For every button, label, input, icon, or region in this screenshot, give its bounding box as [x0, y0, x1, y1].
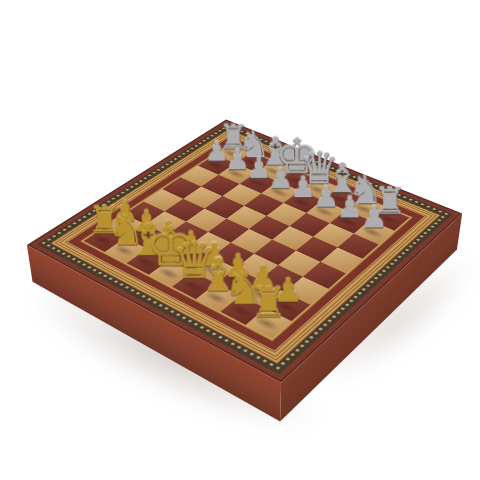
chess-chest-board: ♜♞♝♚♛♝♞♜♟♟♟♟♟♟♟♟♟♟♟♟♟♟♟♟♜♞♝♚♛♝♞♜ [27, 119, 462, 382]
border-dotted-trim: ♜♞♝♚♛♝♞♜♟♟♟♟♟♟♟♟♟♟♟♟♟♟♟♟♜♞♝♚♛♝♞♜ [37, 124, 453, 375]
product-photo-scene: ♜♞♝♚♛♝♞♜♟♟♟♟♟♟♟♟♟♟♟♟♟♟♟♟♜♞♝♚♛♝♞♜ [0, 0, 480, 480]
square-h7[interactable]: ♟ [354, 220, 394, 244]
square-h5[interactable] [321, 247, 363, 273]
border-leather-margin: ♜♞♝♚♛♝♞♜♟♟♟♟♟♟♟♟♟♟♟♟♟♟♟♟♜♞♝♚♛♝♞♜ [27, 119, 462, 382]
piece-gold-white-rook-h1[interactable]: ♜ [229, 282, 308, 324]
square-h1[interactable]: ♜ [246, 308, 292, 338]
border-gold-pinstripes: ♜♞♝♚♛♝♞♜♟♟♟♟♟♟♟♟♟♟♟♟♟♟♟♟♜♞♝♚♛♝♞♜ [50, 129, 440, 364]
piece-silver-black-pawn-h7[interactable]: ♟ [339, 202, 409, 232]
perspective-stage: ♜♞♝♚♛♝♞♜♟♟♟♟♟♟♟♟♟♟♟♟♟♟♟♟♜♞♝♚♛♝♞♜ [94, 74, 404, 384]
